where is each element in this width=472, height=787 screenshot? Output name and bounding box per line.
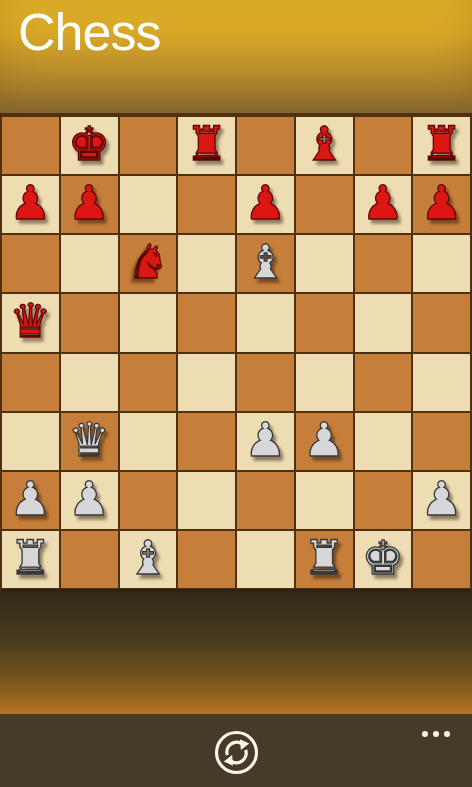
app-header: Chess <box>0 0 472 113</box>
square-g2[interactable] <box>354 471 413 530</box>
red-pawn-icon: ♟ <box>421 179 463 226</box>
square-a1[interactable]: ♜ <box>1 530 60 589</box>
square-g7[interactable]: ♟ <box>354 175 413 234</box>
square-e6[interactable]: ♝ <box>236 234 295 293</box>
white-rook-icon: ♜ <box>9 534 51 581</box>
square-e7[interactable]: ♟ <box>236 175 295 234</box>
square-f3[interactable]: ♟ <box>295 412 354 471</box>
square-b4[interactable] <box>60 353 119 412</box>
square-b3[interactable]: ♛ <box>60 412 119 471</box>
red-pawn-icon: ♟ <box>244 179 286 226</box>
square-c7[interactable] <box>119 175 178 234</box>
red-bishop-icon: ♝ <box>303 120 345 167</box>
white-bishop-icon: ♝ <box>127 534 169 581</box>
square-b7[interactable]: ♟ <box>60 175 119 234</box>
red-knight-icon: ♞ <box>127 238 169 285</box>
square-b5[interactable] <box>60 293 119 352</box>
square-c1[interactable]: ♝ <box>119 530 178 589</box>
square-c6[interactable]: ♞ <box>119 234 178 293</box>
square-e1[interactable] <box>236 530 295 589</box>
footer-gradient <box>0 593 472 714</box>
square-a4[interactable] <box>1 353 60 412</box>
square-h5[interactable] <box>412 293 471 352</box>
square-d2[interactable] <box>177 471 236 530</box>
square-h2[interactable]: ♟ <box>412 471 471 530</box>
square-h7[interactable]: ♟ <box>412 175 471 234</box>
square-c4[interactable] <box>119 353 178 412</box>
square-f7[interactable] <box>295 175 354 234</box>
square-h4[interactable] <box>412 353 471 412</box>
square-f6[interactable] <box>295 234 354 293</box>
page-title: Chess <box>0 0 472 61</box>
red-pawn-icon: ♟ <box>68 179 110 226</box>
square-e2[interactable] <box>236 471 295 530</box>
square-f4[interactable] <box>295 353 354 412</box>
red-rook-icon: ♜ <box>186 120 228 167</box>
square-g6[interactable] <box>354 234 413 293</box>
white-pawn-icon: ♟ <box>244 416 286 463</box>
square-a5[interactable]: ♛ <box>1 293 60 352</box>
red-pawn-icon: ♟ <box>362 179 404 226</box>
square-d4[interactable] <box>177 353 236 412</box>
square-f2[interactable] <box>295 471 354 530</box>
square-a6[interactable] <box>1 234 60 293</box>
square-e4[interactable] <box>236 353 295 412</box>
square-g5[interactable] <box>354 293 413 352</box>
red-king-icon: ♚ <box>68 120 110 167</box>
white-bishop-icon: ♝ <box>244 238 286 285</box>
square-a7[interactable]: ♟ <box>1 175 60 234</box>
square-f1[interactable]: ♜ <box>295 530 354 589</box>
square-f5[interactable] <box>295 293 354 352</box>
sync-icon <box>213 729 260 776</box>
square-a3[interactable] <box>1 412 60 471</box>
ellipsis-icon <box>422 731 450 737</box>
square-d3[interactable] <box>177 412 236 471</box>
square-c8[interactable] <box>119 116 178 175</box>
white-pawn-icon: ♟ <box>303 416 345 463</box>
square-h1[interactable] <box>412 530 471 589</box>
white-pawn-icon: ♟ <box>68 475 110 522</box>
square-h3[interactable] <box>412 412 471 471</box>
refresh-button[interactable] <box>212 728 260 776</box>
square-d5[interactable] <box>177 293 236 352</box>
square-e8[interactable] <box>236 116 295 175</box>
square-a8[interactable] <box>1 116 60 175</box>
red-rook-icon: ♜ <box>421 120 463 167</box>
red-queen-icon: ♛ <box>9 297 51 344</box>
square-g3[interactable] <box>354 412 413 471</box>
more-button[interactable] <box>420 725 452 743</box>
square-d6[interactable] <box>177 234 236 293</box>
square-b8[interactable]: ♚ <box>60 116 119 175</box>
square-h8[interactable]: ♜ <box>412 116 471 175</box>
square-f8[interactable]: ♝ <box>295 116 354 175</box>
square-b1[interactable] <box>60 530 119 589</box>
square-e5[interactable] <box>236 293 295 352</box>
chess-board: ♚♜♝♜♟♟♟♟♟♞♝♛♛♟♟♟♟♟♜♝♜♚ <box>0 113 472 593</box>
square-b6[interactable] <box>60 234 119 293</box>
white-pawn-icon: ♟ <box>9 475 51 522</box>
square-g1[interactable]: ♚ <box>354 530 413 589</box>
white-king-icon: ♚ <box>362 534 404 581</box>
white-rook-icon: ♜ <box>303 534 345 581</box>
square-c2[interactable] <box>119 471 178 530</box>
square-d7[interactable] <box>177 175 236 234</box>
square-a2[interactable]: ♟ <box>1 471 60 530</box>
white-queen-icon: ♛ <box>68 416 110 463</box>
square-g4[interactable] <box>354 353 413 412</box>
white-pawn-icon: ♟ <box>421 475 463 522</box>
square-b2[interactable]: ♟ <box>60 471 119 530</box>
square-d1[interactable] <box>177 530 236 589</box>
square-d8[interactable]: ♜ <box>177 116 236 175</box>
square-e3[interactable]: ♟ <box>236 412 295 471</box>
app-bar <box>0 714 472 787</box>
red-pawn-icon: ♟ <box>9 179 51 226</box>
square-c3[interactable] <box>119 412 178 471</box>
square-h6[interactable] <box>412 234 471 293</box>
chess-app: Chess ♚♜♝♜♟♟♟♟♟♞♝♛♛♟♟♟♟♟♜♝♜♚ <box>0 0 472 787</box>
square-c5[interactable] <box>119 293 178 352</box>
square-g8[interactable] <box>354 116 413 175</box>
